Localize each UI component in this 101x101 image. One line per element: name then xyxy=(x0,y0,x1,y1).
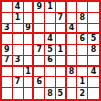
cell-r3c3[interactable]: 9 xyxy=(24,24,35,35)
cell-r7c3[interactable]: 1 xyxy=(24,67,35,78)
cell-r5c1[interactable]: 9 xyxy=(2,45,13,56)
cell-r5c5[interactable]: 5 xyxy=(45,45,56,56)
cell-r9c1[interactable] xyxy=(2,88,13,99)
cell-r4c8[interactable]: 6 xyxy=(77,34,88,45)
cell-r9c3[interactable] xyxy=(24,88,35,99)
cell-r8c4[interactable]: 6 xyxy=(34,77,45,88)
cell-r6c5[interactable]: 6 xyxy=(45,56,56,67)
cell-r1c9[interactable] xyxy=(88,2,99,13)
cell-r7c2[interactable] xyxy=(13,67,24,78)
cell-r6c9[interactable] xyxy=(88,56,99,67)
cell-r1c4[interactable]: 9 xyxy=(34,2,45,13)
cell-r6c8[interactable] xyxy=(77,56,88,67)
cell-r4c7[interactable] xyxy=(67,34,78,45)
cell-r2c5[interactable] xyxy=(45,13,56,24)
cell-r5c2[interactable] xyxy=(13,45,24,56)
cell-r4c1[interactable] xyxy=(2,34,13,45)
cell-r6c7[interactable] xyxy=(67,56,78,67)
cell-r3c8[interactable] xyxy=(77,24,88,35)
cell-r3c5[interactable] xyxy=(45,24,56,35)
cell-r5c9[interactable]: 8 xyxy=(88,45,99,56)
cell-r7c1[interactable] xyxy=(2,67,13,78)
cell-r4c5[interactable]: 4 xyxy=(45,34,56,45)
cell-r3c2[interactable] xyxy=(13,24,24,35)
cell-r9c6[interactable]: 5 xyxy=(56,88,67,99)
cell-r8c9[interactable] xyxy=(88,77,99,88)
cell-r7c8[interactable] xyxy=(77,67,88,78)
cell-r6c1[interactable]: 7 xyxy=(2,56,13,67)
cell-r9c4[interactable] xyxy=(34,88,45,99)
cell-r7c5[interactable] xyxy=(45,67,56,78)
cell-r7c7[interactable]: 8 xyxy=(67,67,78,78)
cell-r4c6[interactable] xyxy=(56,34,67,45)
cell-r9c5[interactable]: 8 xyxy=(45,88,56,99)
cell-r5c6[interactable]: 1 xyxy=(56,45,67,56)
cell-r1c8[interactable] xyxy=(77,2,88,13)
cell-r4c9[interactable]: 5 xyxy=(88,34,99,45)
cell-r8c8[interactable]: 1 xyxy=(77,77,88,88)
cell-r4c2[interactable] xyxy=(13,34,24,45)
cell-r1c3[interactable] xyxy=(24,2,35,13)
cell-r6c4[interactable] xyxy=(34,56,45,67)
cell-r5c4[interactable]: 7 xyxy=(34,45,45,56)
cell-r1c6[interactable] xyxy=(56,2,67,13)
sudoku-app: 49117839446597518736184761852 xyxy=(0,0,101,101)
cell-r2c9[interactable] xyxy=(88,13,99,24)
cell-r3c7[interactable]: 4 xyxy=(67,24,78,35)
cell-r4c4[interactable] xyxy=(34,34,45,45)
sudoku-board: 49117839446597518736184761852 xyxy=(0,0,101,101)
cell-r6c3[interactable] xyxy=(24,56,35,67)
cell-r9c8[interactable]: 2 xyxy=(77,88,88,99)
cell-r6c6[interactable] xyxy=(56,56,67,67)
cell-r2c8[interactable]: 8 xyxy=(77,13,88,24)
cell-r2c4[interactable] xyxy=(34,13,45,24)
cell-r8c5[interactable] xyxy=(45,77,56,88)
cell-r1c7[interactable] xyxy=(67,2,78,13)
cell-r2c6[interactable]: 7 xyxy=(56,13,67,24)
cell-r8c1[interactable] xyxy=(2,77,13,88)
cell-r5c8[interactable] xyxy=(77,45,88,56)
cell-r5c7[interactable] xyxy=(67,45,78,56)
cell-r2c7[interactable] xyxy=(67,13,78,24)
cell-r2c2[interactable]: 1 xyxy=(13,13,24,24)
cell-r8c6[interactable] xyxy=(56,77,67,88)
cell-r2c1[interactable] xyxy=(2,13,13,24)
cell-r8c3[interactable] xyxy=(24,77,35,88)
cell-r2c3[interactable] xyxy=(24,13,35,24)
cell-r5c3[interactable] xyxy=(24,45,35,56)
cell-r6c2[interactable]: 3 xyxy=(13,56,24,67)
cell-r1c1[interactable] xyxy=(2,2,13,13)
cell-r8c7[interactable] xyxy=(67,77,78,88)
cell-r1c5[interactable]: 1 xyxy=(45,2,56,13)
cell-r1c2[interactable]: 4 xyxy=(13,2,24,13)
cell-r7c9[interactable]: 4 xyxy=(88,67,99,78)
cell-r9c7[interactable] xyxy=(67,88,78,99)
cell-r9c2[interactable] xyxy=(13,88,24,99)
cell-r9c9[interactable] xyxy=(88,88,99,99)
cell-r8c2[interactable]: 7 xyxy=(13,77,24,88)
cell-r3c9[interactable] xyxy=(88,24,99,35)
cell-r3c1[interactable]: 3 xyxy=(2,24,13,35)
cell-r7c4[interactable] xyxy=(34,67,45,78)
cell-r3c6[interactable] xyxy=(56,24,67,35)
cell-r3c4[interactable] xyxy=(34,24,45,35)
cell-r7c6[interactable] xyxy=(56,67,67,78)
cell-r4c3[interactable] xyxy=(24,34,35,45)
